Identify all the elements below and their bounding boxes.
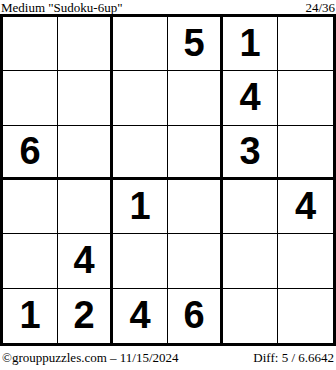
cell-r4c1[interactable]	[3, 180, 58, 234]
cell-r3c1[interactable]: 6	[3, 126, 58, 180]
puzzle-counter: 24/36	[305, 1, 335, 14]
cell-r5c4[interactable]	[168, 234, 223, 288]
cell-r5c3[interactable]	[113, 234, 168, 288]
cell-r6c1[interactable]: 1	[3, 289, 58, 343]
cell-r6c6[interactable]	[278, 289, 333, 343]
puzzle-title: Medium "Sudoku-6up"	[1, 1, 122, 14]
cell-r6c5[interactable]	[223, 289, 278, 343]
cell-r3c2[interactable]	[58, 126, 113, 180]
cell-r4c3[interactable]: 1	[113, 180, 168, 234]
cell-r3c5[interactable]: 3	[223, 126, 278, 180]
cell-r1c3[interactable]	[113, 17, 168, 71]
cell-r4c2[interactable]	[58, 180, 113, 234]
cell-r5c6[interactable]	[278, 234, 333, 288]
cell-r6c3[interactable]: 4	[113, 289, 168, 343]
cell-r4c6[interactable]: 4	[278, 180, 333, 234]
cell-r6c2[interactable]: 2	[58, 289, 113, 343]
cell-r1c5[interactable]: 1	[223, 17, 278, 71]
cell-r4c5[interactable]	[223, 180, 278, 234]
cell-r3c4[interactable]	[168, 126, 223, 180]
cell-r6c4[interactable]: 6	[168, 289, 223, 343]
sudoku-page: Medium "Sudoku-6up" 24/36 514631441246 ©…	[0, 0, 336, 370]
copyright-text: ©grouppuzzles.com – 11/15/2024	[2, 350, 179, 366]
cell-r1c6[interactable]	[278, 17, 333, 71]
cell-r2c3[interactable]	[113, 71, 168, 125]
cell-r2c4[interactable]	[168, 71, 223, 125]
cell-r1c1[interactable]	[3, 17, 58, 71]
cell-r3c6[interactable]	[278, 126, 333, 180]
cell-r4c4[interactable]	[168, 180, 223, 234]
cell-r5c1[interactable]	[3, 234, 58, 288]
cell-r5c2[interactable]: 4	[58, 234, 113, 288]
cell-r3c3[interactable]	[113, 126, 168, 180]
sudoku-board: 514631441246	[0, 14, 336, 346]
footer: ©grouppuzzles.com – 11/15/2024 Diff: 5 /…	[0, 346, 336, 370]
header: Medium "Sudoku-6up" 24/36	[0, 0, 336, 14]
cell-r2c6[interactable]	[278, 71, 333, 125]
cell-r5c5[interactable]	[223, 234, 278, 288]
difficulty-text: Diff: 5 / 6.6642	[253, 350, 334, 366]
cell-r2c2[interactable]	[58, 71, 113, 125]
cell-r2c5[interactable]: 4	[223, 71, 278, 125]
cell-r1c4[interactable]: 5	[168, 17, 223, 71]
cell-r1c2[interactable]	[58, 17, 113, 71]
cell-r2c1[interactable]	[3, 71, 58, 125]
